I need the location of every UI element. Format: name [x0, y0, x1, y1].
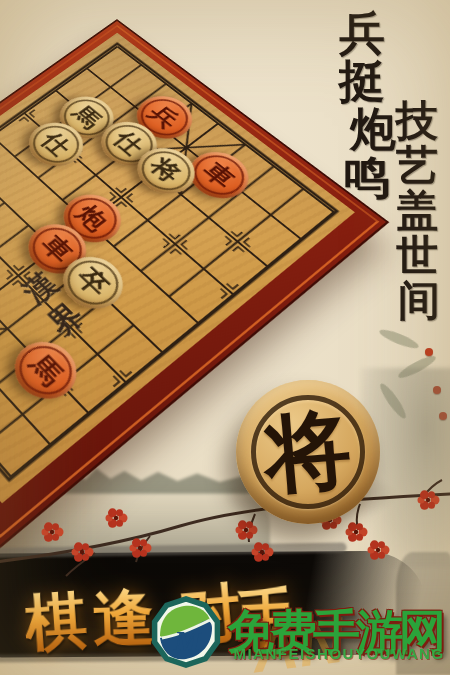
calligraphy-char: 盖 — [396, 188, 438, 233]
calligraphy-char: 艺 — [396, 143, 438, 188]
featured-general-glyph: 将 — [260, 390, 356, 514]
calligraphy-char: 世 — [396, 233, 438, 278]
banner-char: 逢 — [92, 575, 157, 661]
calligraphy-char: 挺 — [339, 57, 385, 105]
calligraphy-char: 间 — [398, 278, 440, 323]
calligraphy-char: 技 — [396, 98, 438, 143]
bamboo-leaf — [378, 326, 421, 351]
banner-char: 手 — [234, 574, 300, 661]
featured-general-piece: 将 — [236, 380, 380, 524]
calligraphy-line-2: 技艺盖世间 — [396, 98, 438, 323]
banner-char: 棋 — [22, 578, 90, 666]
calligraphy-char: 鸣 — [344, 153, 390, 201]
bamboo-leaf — [377, 381, 409, 421]
red-berry — [439, 412, 447, 420]
calligraphy-char: 兵 — [339, 9, 385, 57]
bamboo-leaf — [396, 353, 438, 382]
calligraphy-line-1: 兵挺炮鸣 — [339, 9, 385, 201]
red-berry — [425, 348, 433, 356]
calligraphy-char: 炮 — [350, 105, 396, 153]
xiangqi-promo-poster: 漢界兵車馬仕将仕炮車卒馬 兵挺炮鸣 技艺盖世间 将 棋逢对手 AN M 免费手游… — [0, 0, 450, 675]
red-berry — [433, 386, 441, 394]
